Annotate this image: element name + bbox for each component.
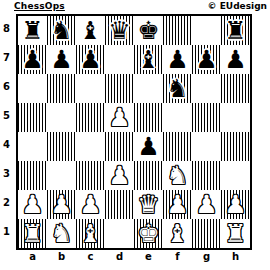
square-c3[interactable] (76, 161, 105, 190)
square-d4[interactable] (105, 132, 134, 161)
square-f4[interactable] (163, 132, 192, 161)
square-h7[interactable]: ♟ (221, 45, 250, 74)
piece-black-pawn: ♟ (195, 45, 217, 74)
square-h4[interactable] (221, 132, 250, 161)
rank-label-4: 4 (0, 132, 13, 161)
square-g3[interactable] (192, 161, 221, 190)
file-label-e: e (134, 251, 163, 262)
square-e1[interactable]: ♚ (134, 219, 163, 248)
rank-label-1: 1 (0, 219, 13, 248)
square-g2[interactable]: ♟ (192, 190, 221, 219)
file-label-h: h (221, 251, 250, 262)
square-h1[interactable]: ♜ (221, 219, 250, 248)
copyright-credit: © EUdesign (208, 1, 267, 11)
piece-white-pawn: ♟ (195, 190, 217, 219)
square-e5[interactable] (134, 103, 163, 132)
square-g4[interactable] (192, 132, 221, 161)
square-f1[interactable]: ♝ (163, 219, 192, 248)
square-h2[interactable]: ♟ (221, 190, 250, 219)
square-e3[interactable] (134, 161, 163, 190)
square-c6[interactable] (76, 74, 105, 103)
square-d1[interactable] (105, 219, 134, 248)
square-h6[interactable] (221, 74, 250, 103)
piece-black-pawn: ♟ (137, 132, 159, 161)
square-d7[interactable] (105, 45, 134, 74)
square-g1[interactable] (192, 219, 221, 248)
piece-black-rook: ♜ (224, 16, 246, 45)
rank-label-7: 7 (0, 45, 13, 74)
square-b4[interactable] (47, 132, 76, 161)
square-f2[interactable]: ♟ (163, 190, 192, 219)
piece-black-pawn: ♟ (224, 45, 246, 74)
piece-black-knight: ♞ (166, 74, 188, 103)
square-a5[interactable] (18, 103, 47, 132)
square-c2[interactable]: ♟ (76, 190, 105, 219)
square-b3[interactable] (47, 161, 76, 190)
piece-white-pawn: ♟ (166, 190, 188, 219)
piece-black-pawn: ♟ (166, 45, 188, 74)
rank-label-3: 3 (0, 161, 13, 190)
square-d8[interactable]: ♛ (105, 16, 134, 45)
piece-black-pawn: ♟ (79, 45, 101, 74)
piece-white-queen: ♛ (137, 190, 159, 219)
rank-label-2: 2 (0, 190, 13, 219)
piece-white-rook: ♜ (21, 219, 43, 248)
square-h3[interactable] (221, 161, 250, 190)
square-b2[interactable]: ♟ (47, 190, 76, 219)
square-c4[interactable] (76, 132, 105, 161)
piece-white-pawn: ♟ (108, 103, 130, 132)
square-a6[interactable] (18, 74, 47, 103)
piece-white-pawn: ♟ (224, 190, 246, 219)
file-label-c: c (76, 251, 105, 262)
piece-white-bishop: ♝ (166, 219, 188, 248)
piece-black-pawn: ♟ (50, 45, 72, 74)
piece-white-pawn: ♟ (79, 190, 101, 219)
piece-black-king: ♚ (137, 16, 159, 45)
file-label-f: f (163, 251, 192, 262)
square-e7[interactable]: ♝ (134, 45, 163, 74)
piece-black-bishop: ♝ (79, 16, 101, 45)
chess-board: ♜♞♝♛♚♜♟♟♟♝♟♟♟♞♟♟♟♞♟♟♟♛♟♟♟♜♞♝♚♝♜ (16, 14, 252, 250)
rank-label-8: 8 (0, 16, 13, 45)
square-a3[interactable] (18, 161, 47, 190)
piece-black-rook: ♜ (21, 16, 43, 45)
piece-black-bishop: ♝ (137, 45, 159, 74)
file-label-g: g (192, 251, 221, 262)
square-b1[interactable]: ♞ (47, 219, 76, 248)
square-c8[interactable]: ♝ (76, 16, 105, 45)
square-b8[interactable]: ♞ (47, 16, 76, 45)
piece-white-knight: ♞ (166, 161, 188, 190)
piece-white-pawn: ♟ (50, 190, 72, 219)
square-a2[interactable]: ♟ (18, 190, 47, 219)
chess-diagram: ChessOps © EUdesign 87654321 ♜♞♝♛♚♜♟♟♟♝♟… (0, 0, 270, 270)
square-a7[interactable]: ♟ (18, 45, 47, 74)
square-d2[interactable] (105, 190, 134, 219)
square-c1[interactable]: ♝ (76, 219, 105, 248)
square-f3[interactable]: ♞ (163, 161, 192, 190)
square-d5[interactable]: ♟ (105, 103, 134, 132)
piece-white-knight: ♞ (50, 219, 72, 248)
square-d3[interactable]: ♟ (105, 161, 134, 190)
square-g5[interactable] (192, 103, 221, 132)
square-g7[interactable]: ♟ (192, 45, 221, 74)
square-b7[interactable]: ♟ (47, 45, 76, 74)
rank-label-6: 6 (0, 74, 13, 103)
square-f7[interactable]: ♟ (163, 45, 192, 74)
piece-white-rook: ♜ (224, 219, 246, 248)
square-c7[interactable]: ♟ (76, 45, 105, 74)
square-a1[interactable]: ♜ (18, 219, 47, 248)
rank-label-5: 5 (0, 103, 13, 132)
square-f5[interactable] (163, 103, 192, 132)
square-c5[interactable] (76, 103, 105, 132)
piece-black-pawn: ♟ (21, 45, 43, 74)
file-label-b: b (47, 251, 76, 262)
piece-black-knight: ♞ (50, 16, 72, 45)
square-e8[interactable]: ♚ (134, 16, 163, 45)
square-e6[interactable] (134, 74, 163, 103)
square-g6[interactable] (192, 74, 221, 103)
square-f6[interactable]: ♞ (163, 74, 192, 103)
piece-white-pawn: ♟ (21, 190, 43, 219)
piece-black-queen: ♛ (108, 16, 130, 45)
app-title-link[interactable]: ChessOps (14, 1, 65, 11)
square-b6[interactable] (47, 74, 76, 103)
square-f8[interactable] (163, 16, 192, 45)
file-label-d: d (105, 251, 134, 262)
rank-labels: 87654321 (0, 16, 14, 248)
square-a8[interactable]: ♜ (18, 16, 47, 45)
piece-white-king: ♚ (137, 219, 159, 248)
square-h8[interactable]: ♜ (221, 16, 250, 45)
file-label-a: a (18, 251, 47, 262)
square-e2[interactable]: ♛ (134, 190, 163, 219)
square-a4[interactable] (18, 132, 47, 161)
square-d6[interactable] (105, 74, 134, 103)
piece-white-pawn: ♟ (108, 161, 130, 190)
square-h5[interactable] (221, 103, 250, 132)
square-e4[interactable]: ♟ (134, 132, 163, 161)
square-g8[interactable] (192, 16, 221, 45)
piece-white-bishop: ♝ (79, 219, 101, 248)
square-b5[interactable] (47, 103, 76, 132)
